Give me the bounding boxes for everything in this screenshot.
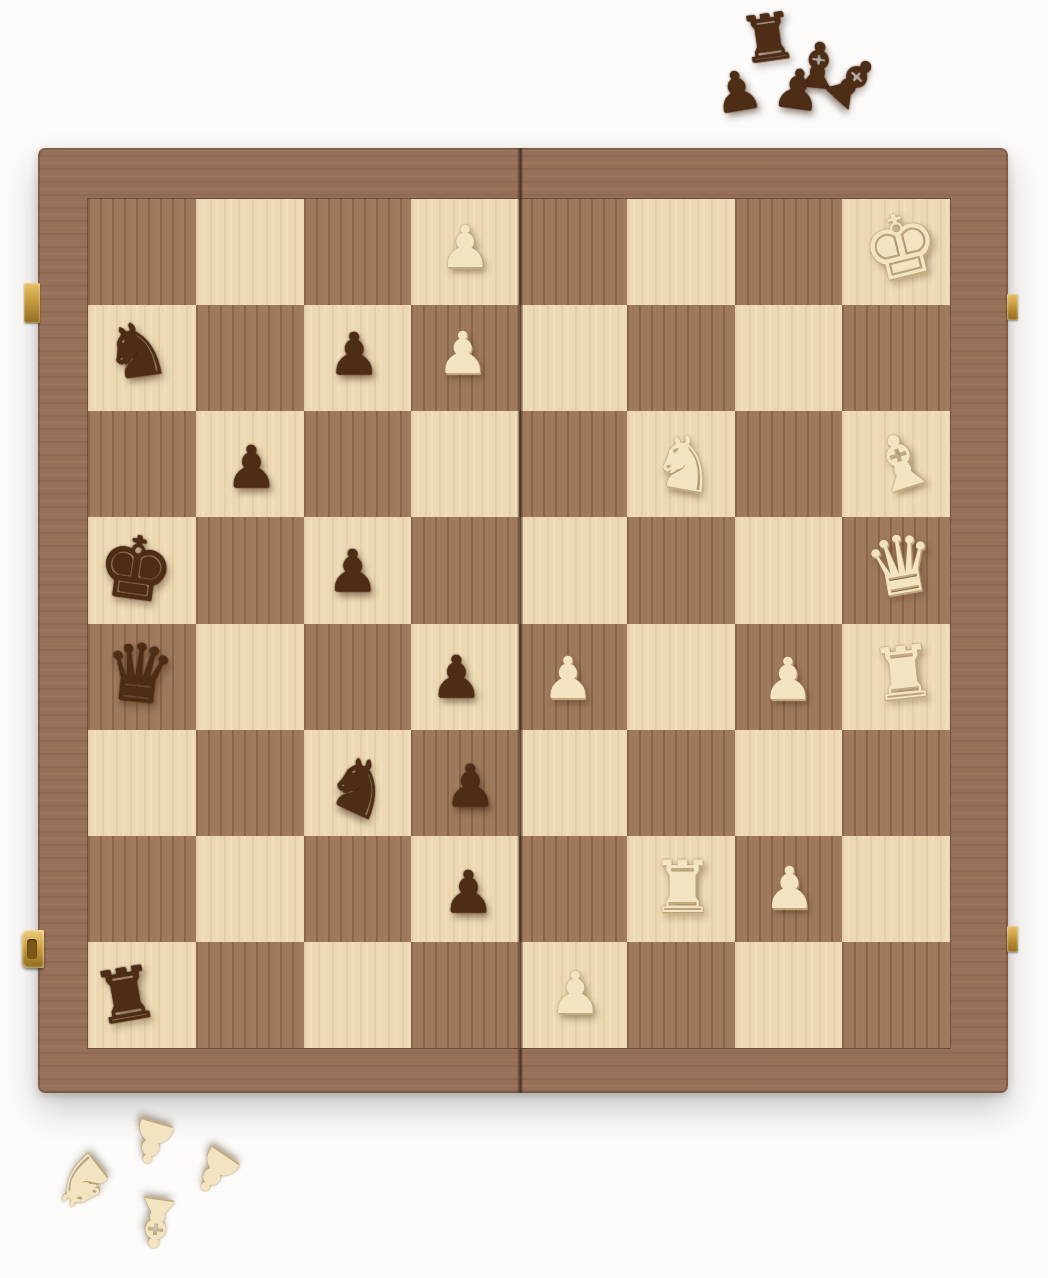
square-g8[interactable] xyxy=(735,199,843,305)
black-pawn-c5[interactable]: ♟ xyxy=(326,542,378,600)
square-e8[interactable] xyxy=(519,199,627,305)
square-g4[interactable]: ♟ xyxy=(735,624,843,730)
square-h5[interactable]: ♛ xyxy=(842,517,950,623)
square-d7[interactable]: ♟ xyxy=(411,305,519,411)
board-fold-seam xyxy=(517,148,523,1093)
brass-latch-icon xyxy=(22,930,44,968)
square-c3[interactable]: ♞ xyxy=(304,730,412,836)
square-d6[interactable] xyxy=(411,411,519,517)
square-e2[interactable] xyxy=(519,836,627,942)
square-b8[interactable] xyxy=(196,199,304,305)
square-h2[interactable] xyxy=(842,836,950,942)
square-g6[interactable] xyxy=(735,411,843,517)
square-h1[interactable] xyxy=(842,942,950,1048)
square-b3[interactable] xyxy=(196,730,304,836)
white-pawn-g2[interactable]: ♟ xyxy=(763,859,815,917)
square-g7[interactable] xyxy=(735,305,843,411)
captured-white-pawn-1[interactable]: ♟ xyxy=(120,1108,184,1176)
square-a1[interactable]: ♜ xyxy=(88,942,196,1048)
brass-hinge-icon xyxy=(1007,926,1018,952)
product-photo-scene: ♟♚♞♟♟♟♞♝♚♟♛♛♟♟♟♜♞♟♟♜♟♜♟ ♜♝♝♟♟♞♟♟♝ xyxy=(0,0,1048,1278)
white-bishop-h6[interactable]: ♝ xyxy=(858,416,944,507)
black-rook-a1[interactable]: ♜ xyxy=(87,954,163,1036)
square-a7[interactable]: ♞ xyxy=(88,305,196,411)
captured-black-pawn-2[interactable]: ♟ xyxy=(769,60,824,120)
square-f1[interactable] xyxy=(627,942,735,1048)
square-h6[interactable]: ♝ xyxy=(842,411,950,517)
square-c4[interactable] xyxy=(304,624,412,730)
black-pawn-d4[interactable]: ♟ xyxy=(430,648,482,706)
square-b6[interactable]: ♟ xyxy=(196,411,304,517)
square-b4[interactable] xyxy=(196,624,304,730)
square-h4[interactable]: ♜ xyxy=(842,624,950,730)
square-f7[interactable] xyxy=(627,305,735,411)
white-rook-f2[interactable]: ♜ xyxy=(650,851,715,923)
black-queen-a4[interactable]: ♛ xyxy=(99,631,179,718)
square-g3[interactable] xyxy=(735,730,843,836)
white-pawn-d7[interactable]: ♟ xyxy=(437,324,489,382)
white-pawn-g4[interactable]: ♟ xyxy=(762,650,814,708)
square-f2[interactable]: ♜ xyxy=(627,836,735,942)
square-a8[interactable] xyxy=(88,199,196,305)
white-king-h8[interactable]: ♚ xyxy=(853,195,949,297)
square-h8[interactable]: ♚ xyxy=(842,199,950,305)
square-e4[interactable]: ♟ xyxy=(519,624,627,730)
square-e6[interactable] xyxy=(519,411,627,517)
square-c7[interactable]: ♟ xyxy=(304,305,412,411)
square-b2[interactable] xyxy=(196,836,304,942)
black-pawn-d3[interactable]: ♟ xyxy=(444,757,496,815)
square-c1[interactable] xyxy=(304,942,412,1048)
black-knight-c3[interactable]: ♞ xyxy=(315,738,406,833)
square-c6[interactable] xyxy=(304,411,412,517)
folding-chess-board: ♟♚♞♟♟♟♞♝♚♟♛♛♟♟♟♜♞♟♟♜♟♜♟ xyxy=(38,148,1008,1093)
square-f6[interactable]: ♞ xyxy=(627,411,735,517)
square-e7[interactable] xyxy=(519,305,627,411)
square-f8[interactable] xyxy=(627,199,735,305)
square-c2[interactable] xyxy=(304,836,412,942)
square-e3[interactable] xyxy=(519,730,627,836)
square-d8[interactable]: ♟ xyxy=(411,199,519,305)
square-d1[interactable] xyxy=(411,942,519,1048)
black-pawn-d2[interactable]: ♟ xyxy=(442,863,494,921)
brass-hinge-icon xyxy=(1007,294,1018,320)
square-h3[interactable] xyxy=(842,730,950,836)
square-a2[interactable] xyxy=(88,836,196,942)
square-c5[interactable]: ♟ xyxy=(304,517,412,623)
square-g1[interactable] xyxy=(735,942,843,1048)
square-e1[interactable]: ♟ xyxy=(519,942,627,1048)
square-d2[interactable]: ♟ xyxy=(411,836,519,942)
white-queen-h5[interactable]: ♛ xyxy=(858,520,943,611)
square-d4[interactable]: ♟ xyxy=(411,624,519,730)
square-c8[interactable] xyxy=(304,199,412,305)
square-f3[interactable] xyxy=(627,730,735,836)
black-knight-a7[interactable]: ♞ xyxy=(98,309,174,392)
square-b7[interactable] xyxy=(196,305,304,411)
black-king-a5[interactable]: ♚ xyxy=(92,520,180,616)
square-g2[interactable]: ♟ xyxy=(735,836,843,942)
white-rook-h4[interactable]: ♜ xyxy=(867,634,939,712)
white-pawn-d8[interactable]: ♟ xyxy=(439,218,491,276)
square-b5[interactable] xyxy=(196,517,304,623)
captured-white-bishop-upside-down[interactable]: ♝ xyxy=(123,1185,191,1259)
white-knight-f6[interactable]: ♞ xyxy=(646,421,724,505)
square-e5[interactable] xyxy=(519,517,627,623)
captured-white-knight-lying[interactable]: ♞ xyxy=(36,1138,127,1228)
square-f4[interactable] xyxy=(627,624,735,730)
square-b1[interactable] xyxy=(196,942,304,1048)
black-pawn-c7[interactable]: ♟ xyxy=(328,325,380,383)
square-a5[interactable]: ♚ xyxy=(88,517,196,623)
square-d3[interactable]: ♟ xyxy=(411,730,519,836)
white-pawn-e1[interactable]: ♟ xyxy=(549,964,601,1022)
square-g5[interactable] xyxy=(735,517,843,623)
square-a4[interactable]: ♛ xyxy=(88,624,196,730)
black-pawn-b6[interactable]: ♟ xyxy=(225,438,277,496)
square-h7[interactable] xyxy=(842,305,950,411)
captured-black-pawn-1[interactable]: ♟ xyxy=(709,61,766,123)
brass-hinge-icon xyxy=(24,283,40,323)
white-pawn-e4[interactable]: ♟ xyxy=(542,649,594,707)
square-a3[interactable] xyxy=(88,730,196,836)
square-d5[interactable] xyxy=(411,517,519,623)
square-f5[interactable] xyxy=(627,517,735,623)
square-a6[interactable] xyxy=(88,411,196,517)
